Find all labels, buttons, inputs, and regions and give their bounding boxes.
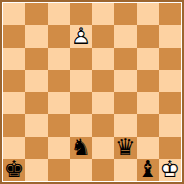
square-f7[interactable] <box>114 25 136 47</box>
square-a7[interactable] <box>3 25 25 47</box>
square-a3[interactable] <box>3 114 25 136</box>
white-king-icon: ♔ <box>159 159 181 181</box>
square-c4[interactable] <box>48 92 70 114</box>
square-f6[interactable] <box>114 48 136 70</box>
square-h8[interactable] <box>159 3 181 25</box>
square-h5[interactable] <box>159 70 181 92</box>
square-f8[interactable] <box>114 3 136 25</box>
square-a2[interactable] <box>3 137 25 159</box>
board-grid: ♟♙♞♛♚♝♚♔ <box>3 3 181 181</box>
square-e7[interactable] <box>92 25 114 47</box>
square-f4[interactable] <box>114 92 136 114</box>
square-g4[interactable] <box>137 92 159 114</box>
square-g5[interactable] <box>137 70 159 92</box>
square-f2[interactable]: ♛ <box>114 137 136 159</box>
square-g2[interactable] <box>137 137 159 159</box>
square-h2[interactable] <box>159 137 181 159</box>
square-g7[interactable] <box>137 25 159 47</box>
square-e1[interactable] <box>92 159 114 181</box>
square-f3[interactable] <box>114 114 136 136</box>
square-c8[interactable] <box>48 3 70 25</box>
square-g3[interactable] <box>137 114 159 136</box>
square-e6[interactable] <box>92 48 114 70</box>
white-pawn-icon: ♙ <box>70 25 92 47</box>
square-f1[interactable] <box>114 159 136 181</box>
square-h7[interactable] <box>159 25 181 47</box>
square-g6[interactable] <box>137 48 159 70</box>
square-a6[interactable] <box>3 48 25 70</box>
chess-board: ♟♙♞♛♚♝♚♔ <box>0 0 184 184</box>
square-d4[interactable] <box>70 92 92 114</box>
square-g8[interactable] <box>137 3 159 25</box>
square-b7[interactable] <box>25 25 47 47</box>
square-d1[interactable] <box>70 159 92 181</box>
black-king-icon: ♚ <box>3 159 25 181</box>
square-g1[interactable]: ♝ <box>137 159 159 181</box>
square-e8[interactable] <box>92 3 114 25</box>
board-frame: ♟♙♞♛♚♝♚♔ <box>2 2 182 182</box>
square-c6[interactable] <box>48 48 70 70</box>
square-h1[interactable]: ♚♔ <box>159 159 181 181</box>
square-d5[interactable] <box>70 70 92 92</box>
square-h3[interactable] <box>159 114 181 136</box>
square-b1[interactable] <box>25 159 47 181</box>
square-b3[interactable] <box>25 114 47 136</box>
square-a1[interactable]: ♚ <box>3 159 25 181</box>
square-b4[interactable] <box>25 92 47 114</box>
square-b8[interactable] <box>25 3 47 25</box>
square-d8[interactable] <box>70 3 92 25</box>
square-c2[interactable] <box>48 137 70 159</box>
black-knight-icon: ♞ <box>70 137 92 159</box>
white-pawn-fill: ♟ <box>70 25 92 47</box>
square-e3[interactable] <box>92 114 114 136</box>
square-e5[interactable] <box>92 70 114 92</box>
square-c5[interactable] <box>48 70 70 92</box>
square-f5[interactable] <box>114 70 136 92</box>
square-a8[interactable] <box>3 3 25 25</box>
square-c7[interactable] <box>48 25 70 47</box>
square-a4[interactable] <box>3 92 25 114</box>
square-d2[interactable]: ♞ <box>70 137 92 159</box>
square-c1[interactable] <box>48 159 70 181</box>
white-king-fill: ♚ <box>159 159 181 181</box>
square-d3[interactable] <box>70 114 92 136</box>
square-e2[interactable] <box>92 137 114 159</box>
black-bishop-icon: ♝ <box>137 159 159 181</box>
black-queen-icon: ♛ <box>114 137 136 159</box>
square-b2[interactable] <box>25 137 47 159</box>
square-e4[interactable] <box>92 92 114 114</box>
square-h4[interactable] <box>159 92 181 114</box>
square-b6[interactable] <box>25 48 47 70</box>
square-d6[interactable] <box>70 48 92 70</box>
square-d7[interactable]: ♟♙ <box>70 25 92 47</box>
square-b5[interactable] <box>25 70 47 92</box>
square-h6[interactable] <box>159 48 181 70</box>
square-a5[interactable] <box>3 70 25 92</box>
square-c3[interactable] <box>48 114 70 136</box>
